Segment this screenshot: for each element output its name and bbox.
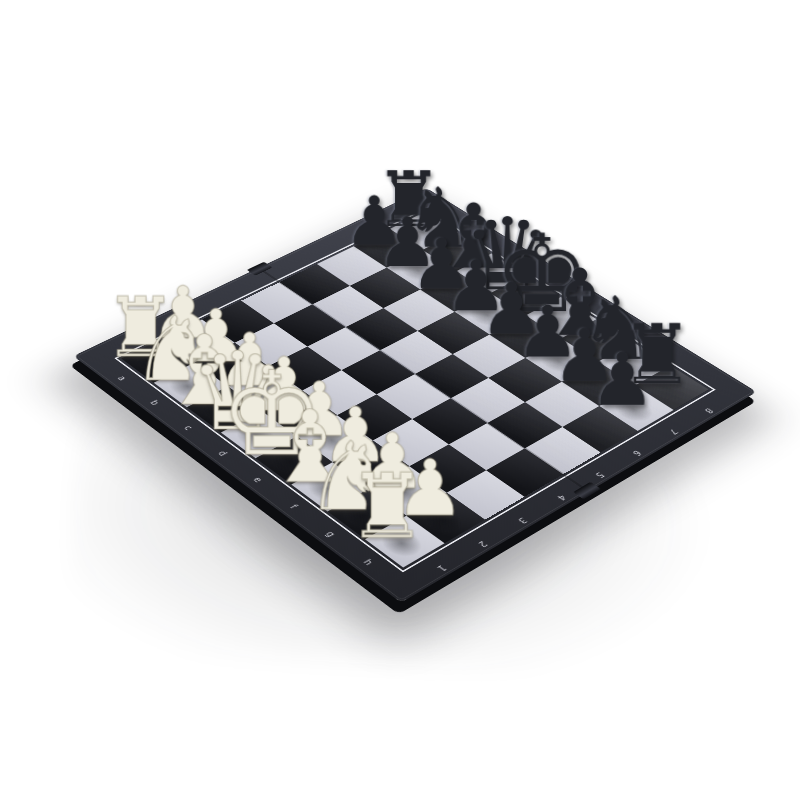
rank-label-3: 3: [516, 516, 528, 524]
chess-board: ♜♞♝♛♚♝♞♜♟♟♟♟♟♟♟♟♟♟♟♟♟♟♟♟♜♞♝♛♚♝♞♜ abcdefg…: [73, 188, 757, 603]
board-grid: ♜♞♝♛♚♝♞♜♟♟♟♟♟♟♟♟♟♟♟♟♟♟♟♟♜♞♝♛♚♝♞♜: [121, 212, 709, 568]
file-label-g: g: [324, 530, 337, 538]
rank-label-4: 4: [555, 493, 567, 501]
rank-label-8: 8: [702, 407, 714, 414]
rank-label-2: 2: [476, 540, 488, 548]
product-photo: ♜♞♝♛♚♝♞♜♟♟♟♟♟♟♟♟♟♟♟♟♟♟♟♟♜♞♝♛♚♝♞♜ abcdefg…: [0, 0, 800, 800]
file-label-f: f: [288, 504, 299, 510]
rank-label-7: 7: [667, 428, 679, 435]
rank-label-1: 1: [435, 564, 448, 572]
rank-label-5: 5: [593, 471, 605, 479]
file-label-a: a: [116, 375, 128, 382]
file-label-h: h: [361, 558, 374, 566]
rank-label-6: 6: [630, 449, 642, 457]
white-rook-icon: ♜: [347, 462, 427, 551]
black-pawn-icon: ♟: [590, 343, 656, 416]
scene: ♜♞♝♛♚♝♞♜♟♟♟♟♟♟♟♟♟♟♟♟♟♟♟♟♜♞♝♛♚♝♞♜ abcdefg…: [0, 0, 800, 800]
file-label-e: e: [251, 476, 263, 483]
file-label-b: b: [148, 399, 160, 406]
